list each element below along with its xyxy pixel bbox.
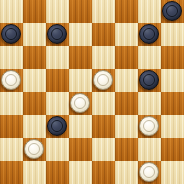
- piece-ring: [28, 143, 40, 155]
- square-a6[interactable]: [0, 46, 23, 69]
- square-c6[interactable]: [46, 46, 69, 69]
- square-e2[interactable]: [92, 138, 115, 161]
- square-c7[interactable]: [46, 23, 69, 46]
- square-b2[interactable]: [23, 138, 46, 161]
- square-g1[interactable]: [138, 161, 161, 184]
- piece-ring: [143, 120, 155, 132]
- square-g2[interactable]: [138, 138, 161, 161]
- square-e5[interactable]: [92, 69, 115, 92]
- square-b3[interactable]: [23, 115, 46, 138]
- square-b4[interactable]: [23, 92, 46, 115]
- square-g4[interactable]: [138, 92, 161, 115]
- piece-ring: [5, 74, 17, 86]
- square-h2[interactable]: [161, 138, 184, 161]
- black-man[interactable]: [47, 24, 67, 44]
- square-f5[interactable]: [115, 69, 138, 92]
- square-c4[interactable]: [46, 92, 69, 115]
- white-man[interactable]: [24, 139, 44, 159]
- square-f4[interactable]: [115, 92, 138, 115]
- square-e4[interactable]: [92, 92, 115, 115]
- square-d1[interactable]: [69, 161, 92, 184]
- black-man[interactable]: [162, 1, 182, 21]
- square-c3[interactable]: [46, 115, 69, 138]
- square-b6[interactable]: [23, 46, 46, 69]
- piece-ring: [143, 166, 155, 178]
- square-c1[interactable]: [46, 161, 69, 184]
- piece-ring: [5, 28, 17, 40]
- square-e3[interactable]: [92, 115, 115, 138]
- square-f6[interactable]: [115, 46, 138, 69]
- piece-ring: [97, 74, 109, 86]
- black-man[interactable]: [139, 24, 159, 44]
- square-a2[interactable]: [0, 138, 23, 161]
- square-c5[interactable]: [46, 69, 69, 92]
- square-h5[interactable]: [161, 69, 184, 92]
- square-h4[interactable]: [161, 92, 184, 115]
- square-g6[interactable]: [138, 46, 161, 69]
- square-f2[interactable]: [115, 138, 138, 161]
- square-d3[interactable]: [69, 115, 92, 138]
- square-d6[interactable]: [69, 46, 92, 69]
- square-h1[interactable]: [161, 161, 184, 184]
- square-a4[interactable]: [0, 92, 23, 115]
- square-b8[interactable]: [23, 0, 46, 23]
- black-man[interactable]: [139, 70, 159, 90]
- square-a8[interactable]: [0, 0, 23, 23]
- square-g8[interactable]: [138, 0, 161, 23]
- square-f1[interactable]: [115, 161, 138, 184]
- white-man[interactable]: [139, 162, 159, 182]
- square-h6[interactable]: [161, 46, 184, 69]
- square-a7[interactable]: [0, 23, 23, 46]
- black-man[interactable]: [47, 116, 67, 136]
- white-man[interactable]: [1, 70, 21, 90]
- square-d8[interactable]: [69, 0, 92, 23]
- piece-ring: [143, 28, 155, 40]
- square-g7[interactable]: [138, 23, 161, 46]
- square-b7[interactable]: [23, 23, 46, 46]
- square-f8[interactable]: [115, 0, 138, 23]
- square-d2[interactable]: [69, 138, 92, 161]
- square-d4[interactable]: [69, 92, 92, 115]
- piece-ring: [51, 120, 63, 132]
- square-e7[interactable]: [92, 23, 115, 46]
- black-man[interactable]: [1, 24, 21, 44]
- square-c2[interactable]: [46, 138, 69, 161]
- white-man[interactable]: [70, 93, 90, 113]
- square-e6[interactable]: [92, 46, 115, 69]
- square-h7[interactable]: [161, 23, 184, 46]
- piece-ring: [51, 28, 63, 40]
- piece-ring: [74, 97, 86, 109]
- white-man[interactable]: [93, 70, 113, 90]
- square-g3[interactable]: [138, 115, 161, 138]
- board: [0, 0, 184, 184]
- checkers-board-wrap: [0, 0, 184, 184]
- square-a1[interactable]: [0, 161, 23, 184]
- square-h3[interactable]: [161, 115, 184, 138]
- square-d7[interactable]: [69, 23, 92, 46]
- square-e8[interactable]: [92, 0, 115, 23]
- square-h8[interactable]: [161, 0, 184, 23]
- square-b5[interactable]: [23, 69, 46, 92]
- square-d5[interactable]: [69, 69, 92, 92]
- square-b1[interactable]: [23, 161, 46, 184]
- piece-ring: [143, 74, 155, 86]
- piece-ring: [166, 5, 178, 17]
- square-g5[interactable]: [138, 69, 161, 92]
- square-e1[interactable]: [92, 161, 115, 184]
- square-a5[interactable]: [0, 69, 23, 92]
- square-a3[interactable]: [0, 115, 23, 138]
- square-f3[interactable]: [115, 115, 138, 138]
- square-c8[interactable]: [46, 0, 69, 23]
- square-f7[interactable]: [115, 23, 138, 46]
- white-man[interactable]: [139, 116, 159, 136]
